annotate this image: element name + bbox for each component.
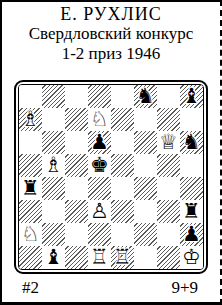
square-d3[interactable]: ♙: [88, 200, 111, 223]
square-a3[interactable]: [19, 200, 42, 223]
square-g5[interactable]: [157, 154, 180, 177]
square-d1[interactable]: ♖: [88, 246, 111, 269]
square-g7[interactable]: [157, 108, 180, 131]
square-b6[interactable]: [42, 131, 65, 154]
square-c3[interactable]: [65, 200, 88, 223]
square-f8[interactable]: ♞: [134, 85, 157, 108]
black-rook: ♜: [21, 177, 40, 200]
prize-year: 1-2 приз 1946: [2, 44, 220, 64]
square-f5[interactable]: [134, 154, 157, 177]
square-b2[interactable]: [42, 223, 65, 246]
square-b8[interactable]: [42, 85, 65, 108]
white-bishop: ♗: [44, 154, 63, 177]
white-queen: ♕: [159, 131, 178, 154]
square-f6[interactable]: [134, 131, 157, 154]
black-pawn: ♟: [90, 131, 109, 154]
square-e1[interactable]: ♖: [111, 246, 134, 269]
square-d2[interactable]: [88, 223, 111, 246]
chessboard: ♞♝♗♘♟♕♞♗♚♜♙♜♘♟♝♖♖♔: [18, 84, 204, 270]
square-b4[interactable]: [42, 177, 65, 200]
square-a2[interactable]: ♘: [19, 223, 42, 246]
square-c4[interactable]: [65, 177, 88, 200]
square-a5[interactable]: [19, 154, 42, 177]
square-d7[interactable]: ♘: [88, 108, 111, 131]
white-pawn: ♙: [90, 200, 109, 223]
event-name: Свердловский конкурс: [2, 24, 220, 44]
chessboard-frame: ♞♝♗♘♟♕♞♗♚♜♙♜♘♟♝♖♖♔: [14, 80, 208, 274]
square-f3[interactable]: [134, 200, 157, 223]
square-h5[interactable]: [180, 154, 203, 177]
author-name: Е. РУХЛИС: [2, 4, 220, 24]
square-e3[interactable]: [111, 200, 134, 223]
square-h7[interactable]: [180, 108, 203, 131]
black-knight: ♞: [136, 85, 155, 108]
square-e7[interactable]: [111, 108, 134, 131]
square-c7[interactable]: [65, 108, 88, 131]
square-e8[interactable]: [111, 85, 134, 108]
black-king: ♚: [90, 154, 109, 177]
problem-header: Е. РУХЛИС Свердловский конкурс 1-2 приз …: [2, 2, 220, 64]
square-g1[interactable]: [157, 246, 180, 269]
square-d8[interactable]: [88, 85, 111, 108]
square-f1[interactable]: [134, 246, 157, 269]
square-f4[interactable]: [134, 177, 157, 200]
square-a1[interactable]: [19, 246, 42, 269]
stipulation-label: #2: [22, 278, 39, 298]
square-e2[interactable]: [111, 223, 134, 246]
black-pawn: ♟: [182, 223, 201, 246]
square-h1[interactable]: ♔: [180, 246, 203, 269]
material-count-label: 9+9: [171, 278, 198, 298]
square-h6[interactable]: ♞: [180, 131, 203, 154]
square-a4[interactable]: ♜: [19, 177, 42, 200]
square-c5[interactable]: [65, 154, 88, 177]
square-g2[interactable]: [157, 223, 180, 246]
black-bishop: ♝: [44, 246, 63, 269]
white-rook: ♖: [113, 246, 132, 269]
square-h4[interactable]: [180, 177, 203, 200]
square-a7[interactable]: ♗: [19, 108, 42, 131]
square-g4[interactable]: [157, 177, 180, 200]
white-king: ♔: [182, 246, 201, 269]
white-bishop: ♗: [21, 108, 40, 131]
square-b3[interactable]: [42, 200, 65, 223]
square-a6[interactable]: [19, 131, 42, 154]
square-d5[interactable]: ♚: [88, 154, 111, 177]
square-e5[interactable]: [111, 154, 134, 177]
square-d4[interactable]: [88, 177, 111, 200]
square-c6[interactable]: [65, 131, 88, 154]
square-b1[interactable]: ♝: [42, 246, 65, 269]
square-h3[interactable]: ♜: [180, 200, 203, 223]
black-rook: ♜: [182, 200, 201, 223]
chess-problem-card: Е. РУХЛИС Свердловский конкурс 1-2 приз …: [0, 0, 222, 305]
black-knight: ♞: [182, 131, 201, 154]
square-f2[interactable]: [134, 223, 157, 246]
square-h2[interactable]: ♟: [180, 223, 203, 246]
chessboard-grid: ♞♝♗♘♟♕♞♗♚♜♙♜♘♟♝♖♖♔: [19, 85, 203, 269]
white-knight: ♘: [90, 108, 109, 131]
square-c2[interactable]: [65, 223, 88, 246]
square-e4[interactable]: [111, 177, 134, 200]
square-c8[interactable]: [65, 85, 88, 108]
white-knight: ♘: [21, 223, 40, 246]
square-b5[interactable]: ♗: [42, 154, 65, 177]
square-g8[interactable]: [157, 85, 180, 108]
black-bishop: ♝: [182, 85, 201, 108]
problem-caption: #2 9+9: [2, 274, 220, 298]
square-c1[interactable]: [65, 246, 88, 269]
square-g6[interactable]: ♕: [157, 131, 180, 154]
square-d6[interactable]: ♟: [88, 131, 111, 154]
square-h8[interactable]: ♝: [180, 85, 203, 108]
square-g3[interactable]: [157, 200, 180, 223]
square-b7[interactable]: [42, 108, 65, 131]
square-a8[interactable]: [19, 85, 42, 108]
square-f7[interactable]: [134, 108, 157, 131]
white-rook: ♖: [90, 246, 109, 269]
square-e6[interactable]: [111, 131, 134, 154]
